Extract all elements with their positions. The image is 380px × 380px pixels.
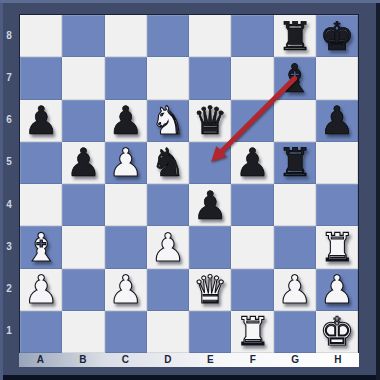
square-g7[interactable]: ♝ — [274, 57, 316, 99]
file-label-g: G — [274, 353, 317, 367]
rank-label-8: 8 — [0, 14, 18, 56]
square-b2[interactable] — [62, 269, 104, 311]
piece-black-pawn[interactable]: ♟ — [231, 142, 273, 184]
square-g3[interactable] — [274, 226, 316, 268]
square-d2[interactable] — [147, 269, 189, 311]
square-e5[interactable] — [189, 142, 231, 184]
piece-black-pawn[interactable]: ♟ — [105, 100, 147, 142]
square-g4[interactable] — [274, 184, 316, 226]
square-g2[interactable]: ♟ — [274, 269, 316, 311]
piece-black-rook[interactable]: ♜ — [274, 142, 316, 184]
piece-white-rook[interactable]: ♜ — [231, 311, 273, 353]
chess-board[interactable]: ♜♚♝♟♟♞♛♟♟♟♞♟♜♟♝♟♜♟♟♛♟♟♜♚ — [19, 14, 359, 354]
piece-white-pawn[interactable]: ♟ — [274, 269, 316, 311]
piece-white-pawn[interactable]: ♟ — [20, 269, 62, 311]
square-c4[interactable] — [105, 184, 147, 226]
file-labels: ABCDEFGH — [19, 353, 359, 367]
piece-white-pawn[interactable]: ♟ — [105, 269, 147, 311]
square-f5[interactable]: ♟ — [231, 142, 273, 184]
rank-label-2: 2 — [0, 268, 18, 310]
square-f1[interactable]: ♜ — [231, 311, 273, 353]
file-label-c: C — [104, 353, 147, 367]
square-f3[interactable] — [231, 226, 273, 268]
file-label-b: B — [62, 353, 105, 367]
square-c1[interactable] — [105, 311, 147, 353]
piece-white-pawn[interactable]: ♟ — [105, 142, 147, 184]
square-c7[interactable] — [105, 57, 147, 99]
square-c8[interactable] — [105, 15, 147, 57]
square-e1[interactable] — [189, 311, 231, 353]
square-e8[interactable] — [189, 15, 231, 57]
piece-black-pawn[interactable]: ♟ — [316, 100, 358, 142]
square-a1[interactable] — [20, 311, 62, 353]
piece-white-rook[interactable]: ♜ — [316, 226, 358, 268]
piece-black-pawn[interactable]: ♟ — [20, 100, 62, 142]
square-h8[interactable]: ♚ — [316, 15, 358, 57]
square-g5[interactable]: ♜ — [274, 142, 316, 184]
square-c6[interactable]: ♟ — [105, 100, 147, 142]
rank-label-7: 7 — [0, 56, 18, 98]
piece-black-pawn[interactable]: ♟ — [189, 184, 231, 226]
square-h2[interactable]: ♟ — [316, 269, 358, 311]
piece-white-bishop[interactable]: ♝ — [20, 226, 62, 268]
rank-label-6: 6 — [0, 99, 18, 141]
file-label-f: F — [232, 353, 275, 367]
square-h6[interactable]: ♟ — [316, 100, 358, 142]
square-b5[interactable]: ♟ — [62, 142, 104, 184]
rank-label-5: 5 — [0, 141, 18, 183]
piece-black-king[interactable]: ♚ — [316, 15, 358, 57]
square-d7[interactable] — [147, 57, 189, 99]
square-c3[interactable] — [105, 226, 147, 268]
square-e2[interactable]: ♛ — [189, 269, 231, 311]
square-b1[interactable] — [62, 311, 104, 353]
square-a3[interactable]: ♝ — [20, 226, 62, 268]
square-e4[interactable]: ♟ — [189, 184, 231, 226]
piece-white-pawn[interactable]: ♟ — [316, 269, 358, 311]
file-label-h: H — [317, 353, 360, 367]
square-e7[interactable] — [189, 57, 231, 99]
square-d3[interactable]: ♟ — [147, 226, 189, 268]
rank-label-4: 4 — [0, 183, 18, 225]
file-label-a: A — [19, 353, 62, 367]
square-c5[interactable]: ♟ — [105, 142, 147, 184]
square-h4[interactable] — [316, 184, 358, 226]
piece-black-rook[interactable]: ♜ — [274, 15, 316, 57]
square-a2[interactable]: ♟ — [20, 269, 62, 311]
square-d4[interactable] — [147, 184, 189, 226]
square-f4[interactable] — [231, 184, 273, 226]
square-h7[interactable] — [316, 57, 358, 99]
square-e3[interactable] — [189, 226, 231, 268]
square-d8[interactable] — [147, 15, 189, 57]
square-b6[interactable] — [62, 100, 104, 142]
file-label-e: E — [189, 353, 232, 367]
square-c2[interactable]: ♟ — [105, 269, 147, 311]
piece-white-knight[interactable]: ♞ — [147, 100, 189, 142]
square-g6[interactable] — [274, 100, 316, 142]
piece-black-knight[interactable]: ♞ — [147, 142, 189, 184]
square-a4[interactable] — [20, 184, 62, 226]
square-h3[interactable]: ♜ — [316, 226, 358, 268]
square-g8[interactable]: ♜ — [274, 15, 316, 57]
square-b7[interactable] — [62, 57, 104, 99]
square-a5[interactable] — [20, 142, 62, 184]
rank-label-1: 1 — [0, 310, 18, 352]
chess-diagram: ♜♚♝♟♟♞♛♟♟♟♞♟♜♟♝♟♜♟♟♛♟♟♜♚ 87654321 ABCDEF… — [0, 0, 380, 380]
square-d5[interactable]: ♞ — [147, 142, 189, 184]
piece-black-pawn[interactable]: ♟ — [62, 142, 104, 184]
piece-black-bishop[interactable]: ♝ — [274, 57, 316, 99]
square-a7[interactable] — [20, 57, 62, 99]
square-a8[interactable] — [20, 15, 62, 57]
square-f8[interactable] — [231, 15, 273, 57]
square-b3[interactable] — [62, 226, 104, 268]
square-b8[interactable] — [62, 15, 104, 57]
square-e6[interactable]: ♛ — [189, 100, 231, 142]
square-f6[interactable] — [231, 100, 273, 142]
square-h5[interactable] — [316, 142, 358, 184]
square-a6[interactable]: ♟ — [20, 100, 62, 142]
square-f7[interactable] — [231, 57, 273, 99]
square-d6[interactable]: ♞ — [147, 100, 189, 142]
piece-black-queen[interactable]: ♛ — [189, 100, 231, 142]
square-f2[interactable] — [231, 269, 273, 311]
piece-white-pawn[interactable]: ♟ — [147, 226, 189, 268]
piece-white-queen[interactable]: ♛ — [189, 269, 231, 311]
square-d1[interactable] — [147, 311, 189, 353]
file-label-d: D — [147, 353, 190, 367]
square-g1[interactable] — [274, 311, 316, 353]
square-b4[interactable] — [62, 184, 104, 226]
piece-white-king[interactable]: ♚ — [316, 311, 358, 353]
square-h1[interactable]: ♚ — [316, 311, 358, 353]
rank-label-3: 3 — [0, 225, 18, 267]
